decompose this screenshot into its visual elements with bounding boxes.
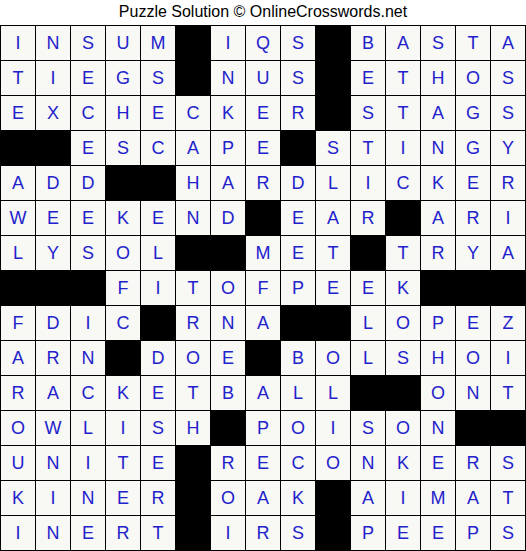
letter-cell-r10c6: O	[176, 341, 210, 375]
letter-cell-r7c12: T	[386, 236, 420, 270]
letter-cell-r15c11: P	[351, 516, 385, 550]
letter-cell-r1c4: U	[106, 26, 140, 60]
letter-cell-r14c11: A	[351, 481, 385, 515]
block-cell-r2c10	[316, 61, 350, 95]
letter-cell-r1c12: A	[386, 26, 420, 60]
letter-cell-r5c13: K	[421, 166, 455, 200]
letter-cell-r9c4: C	[106, 306, 140, 340]
page-title: Puzzle Solution © OnlineCrosswords.net	[0, 0, 526, 25]
block-cell-r4c9	[281, 131, 315, 165]
letter-cell-r1c2: N	[36, 26, 70, 60]
letter-cell-r2c4: G	[106, 61, 140, 95]
letter-cell-r9c15: Z	[491, 306, 525, 340]
letter-cell-r6c10: A	[316, 201, 350, 235]
letter-cell-r10c9: B	[281, 341, 315, 375]
letter-cell-r5c1: A	[1, 166, 35, 200]
letter-cell-r13c7: R	[211, 446, 245, 480]
letter-cell-r8c9: P	[281, 271, 315, 305]
letter-cell-r10c3: N	[71, 341, 105, 375]
letter-cell-r12c3: L	[71, 411, 105, 445]
letter-cell-r15c13: E	[421, 516, 455, 550]
letter-cell-r4c7: P	[211, 131, 245, 165]
block-cell-r9c10	[316, 306, 350, 340]
letter-cell-r11c15: T	[491, 376, 525, 410]
block-cell-r7c11	[351, 236, 385, 270]
letter-cell-r4c12: I	[386, 131, 420, 165]
letter-cell-r3c15: S	[491, 96, 525, 130]
letter-cell-r10c15: I	[491, 341, 525, 375]
letter-cell-r15c2: N	[36, 516, 70, 550]
letter-cell-r13c14: R	[456, 446, 490, 480]
letter-cell-r1c14: T	[456, 26, 490, 60]
letter-cell-r15c3: E	[71, 516, 105, 550]
letter-cell-r7c4: O	[106, 236, 140, 270]
letter-cell-r6c3: E	[71, 201, 105, 235]
letter-cell-r15c15: S	[491, 516, 525, 550]
letter-cell-r7c5: L	[141, 236, 175, 270]
letter-cell-r13c8: E	[246, 446, 280, 480]
letter-cell-r12c8: P	[246, 411, 280, 445]
letter-cell-r9c2: D	[36, 306, 70, 340]
letter-cell-r1c9: S	[281, 26, 315, 60]
letter-cell-r3c5: E	[141, 96, 175, 130]
letter-cell-r3c9: R	[281, 96, 315, 130]
letter-cell-r14c14: A	[456, 481, 490, 515]
letter-cell-r6c7: D	[211, 201, 245, 235]
letter-cell-r6c14: R	[456, 201, 490, 235]
letter-cell-r9c6: R	[176, 306, 210, 340]
block-cell-r15c10	[316, 516, 350, 550]
letter-cell-r12c4: I	[106, 411, 140, 445]
letter-cell-r11c4: K	[106, 376, 140, 410]
letter-cell-r14c15: T	[491, 481, 525, 515]
letter-cell-r15c5: T	[141, 516, 175, 550]
block-cell-r14c10	[316, 481, 350, 515]
letter-cell-r13c2: N	[36, 446, 70, 480]
block-cell-r11c11	[351, 376, 385, 410]
letter-cell-r6c11: R	[351, 201, 385, 235]
letter-cell-r10c13: H	[421, 341, 455, 375]
letter-cell-r15c14: P	[456, 516, 490, 550]
letter-cell-r2c8: U	[246, 61, 280, 95]
letter-cell-r10c12: S	[386, 341, 420, 375]
letter-cell-r12c10: I	[316, 411, 350, 445]
letter-cell-r11c9: L	[281, 376, 315, 410]
letter-cell-r5c3: D	[71, 166, 105, 200]
letter-cell-r15c4: R	[106, 516, 140, 550]
letter-cell-r11c5: E	[141, 376, 175, 410]
block-cell-r8c15	[491, 271, 525, 305]
letter-cell-r11c13: O	[421, 376, 455, 410]
letter-cell-r12c12: O	[386, 411, 420, 445]
letter-cell-r4c6: A	[176, 131, 210, 165]
letter-cell-r4c14: G	[456, 131, 490, 165]
letter-cell-r13c15: S	[491, 446, 525, 480]
block-cell-r12c15	[491, 411, 525, 445]
letter-cell-r10c14: O	[456, 341, 490, 375]
letter-cell-r14c1: K	[1, 481, 35, 515]
letter-cell-r1c15: A	[491, 26, 525, 60]
letter-cell-r15c8: R	[246, 516, 280, 550]
block-cell-r6c12	[386, 201, 420, 235]
block-cell-r3c10	[316, 96, 350, 130]
letter-cell-r12c5: S	[141, 411, 175, 445]
letter-cell-r14c5: R	[141, 481, 175, 515]
letter-cell-r2c9: S	[281, 61, 315, 95]
letter-cell-r1c1: I	[1, 26, 35, 60]
block-cell-r4c2	[36, 131, 70, 165]
letter-cell-r5c6: H	[176, 166, 210, 200]
letter-cell-r2c14: O	[456, 61, 490, 95]
letter-cell-r12c6: H	[176, 411, 210, 445]
letter-cell-r13c9: C	[281, 446, 315, 480]
letter-cell-r6c1: W	[1, 201, 35, 235]
letter-cell-r11c14: N	[456, 376, 490, 410]
letter-cell-r4c15: Y	[491, 131, 525, 165]
letter-cell-r14c9: K	[281, 481, 315, 515]
letter-cell-r3c6: C	[176, 96, 210, 130]
letter-cell-r9c3: I	[71, 306, 105, 340]
block-cell-r5c5	[141, 166, 175, 200]
letter-cell-r10c10: O	[316, 341, 350, 375]
letter-cell-r7c14: Y	[456, 236, 490, 270]
letter-cell-r5c10: L	[316, 166, 350, 200]
letter-cell-r12c1: O	[1, 411, 35, 445]
letter-cell-r6c4: K	[106, 201, 140, 235]
letter-cell-r11c8: A	[246, 376, 280, 410]
letter-cell-r13c10: O	[316, 446, 350, 480]
letter-cell-r7c13: R	[421, 236, 455, 270]
letter-cell-r2c11: E	[351, 61, 385, 95]
letter-cell-r6c2: E	[36, 201, 70, 235]
letter-cell-r9c11: L	[351, 306, 385, 340]
letter-cell-r10c5: D	[141, 341, 175, 375]
letter-cell-r12c13: N	[421, 411, 455, 445]
letter-cell-r4c5: C	[141, 131, 175, 165]
letter-cell-r14c7: O	[211, 481, 245, 515]
letter-cell-r1c13: S	[421, 26, 455, 60]
block-cell-r15c6	[176, 516, 210, 550]
letter-cell-r3c14: G	[456, 96, 490, 130]
letter-cell-r5c11: I	[351, 166, 385, 200]
block-cell-r2c6	[176, 61, 210, 95]
letter-cell-r4c10: S	[316, 131, 350, 165]
block-cell-r11c12	[386, 376, 420, 410]
letter-cell-r2c1: T	[1, 61, 35, 95]
letter-cell-r5c9: D	[281, 166, 315, 200]
letter-cell-r11c1: R	[1, 376, 35, 410]
letter-cell-r3c11: S	[351, 96, 385, 130]
block-cell-r8c3	[71, 271, 105, 305]
letter-cell-r13c1: U	[1, 446, 35, 480]
letter-cell-r5c14: E	[456, 166, 490, 200]
crossword-grid: INSUMIQSBASTATIEGSNUSETHOSEXCHECKERSTAGS…	[0, 25, 526, 551]
letter-cell-r1c3: S	[71, 26, 105, 60]
block-cell-r10c4	[106, 341, 140, 375]
letter-cell-r4c3: E	[71, 131, 105, 165]
letter-cell-r14c8: A	[246, 481, 280, 515]
letter-cell-r11c7: B	[211, 376, 245, 410]
letter-cell-r4c13: N	[421, 131, 455, 165]
letter-cell-r3c13: A	[421, 96, 455, 130]
letter-cell-r9c12: O	[386, 306, 420, 340]
block-cell-r8c14	[456, 271, 490, 305]
letter-cell-r3c12: T	[386, 96, 420, 130]
letter-cell-r9c14: E	[456, 306, 490, 340]
letter-cell-r6c9: E	[281, 201, 315, 235]
letter-cell-r5c12: C	[386, 166, 420, 200]
letter-cell-r7c1: L	[1, 236, 35, 270]
block-cell-r1c6	[176, 26, 210, 60]
letter-cell-r9c1: F	[1, 306, 35, 340]
letter-cell-r12c11: S	[351, 411, 385, 445]
letter-cell-r3c2: X	[36, 96, 70, 130]
letter-cell-r11c3: C	[71, 376, 105, 410]
block-cell-r5c4	[106, 166, 140, 200]
letter-cell-r5c2: D	[36, 166, 70, 200]
letter-cell-r3c4: H	[106, 96, 140, 130]
letter-cell-r2c3: E	[71, 61, 105, 95]
letter-cell-r3c8: E	[246, 96, 280, 130]
letter-cell-r8c10: E	[316, 271, 350, 305]
letter-cell-r2c13: H	[421, 61, 455, 95]
letter-cell-r10c1: A	[1, 341, 35, 375]
letter-cell-r15c9: S	[281, 516, 315, 550]
letter-cell-r2c12: T	[386, 61, 420, 95]
block-cell-r12c14	[456, 411, 490, 445]
block-cell-r14c6	[176, 481, 210, 515]
letter-cell-r8c5: I	[141, 271, 175, 305]
letter-cell-r9c7: N	[211, 306, 245, 340]
letter-cell-r7c15: A	[491, 236, 525, 270]
block-cell-r12c7	[211, 411, 245, 445]
letter-cell-r6c6: N	[176, 201, 210, 235]
block-cell-r8c1	[1, 271, 35, 305]
letter-cell-r7c8: M	[246, 236, 280, 270]
block-cell-r6c8	[246, 201, 280, 235]
letter-cell-r9c8: A	[246, 306, 280, 340]
block-cell-r9c5	[141, 306, 175, 340]
letter-cell-r14c13: M	[421, 481, 455, 515]
letter-cell-r11c6: T	[176, 376, 210, 410]
letter-cell-r1c5: M	[141, 26, 175, 60]
letter-cell-r8c12: K	[386, 271, 420, 305]
block-cell-r7c6	[176, 236, 210, 270]
letter-cell-r2c5: S	[141, 61, 175, 95]
block-cell-r7c7	[211, 236, 245, 270]
letter-cell-r11c2: A	[36, 376, 70, 410]
letter-cell-r13c13: E	[421, 446, 455, 480]
letter-cell-r13c5: E	[141, 446, 175, 480]
letter-cell-r13c11: N	[351, 446, 385, 480]
letter-cell-r13c4: T	[106, 446, 140, 480]
letter-cell-r15c12: E	[386, 516, 420, 550]
letter-cell-r7c3: S	[71, 236, 105, 270]
letter-cell-r10c2: R	[36, 341, 70, 375]
letter-cell-r6c13: A	[421, 201, 455, 235]
letter-cell-r13c3: I	[71, 446, 105, 480]
letter-cell-r3c7: K	[211, 96, 245, 130]
letter-cell-r15c7: I	[211, 516, 245, 550]
letter-cell-r2c15: S	[491, 61, 525, 95]
letter-cell-r15c1: I	[1, 516, 35, 550]
letter-cell-r7c2: Y	[36, 236, 70, 270]
letter-cell-r8c8: F	[246, 271, 280, 305]
letter-cell-r6c5: E	[141, 201, 175, 235]
letter-cell-r13c12: K	[386, 446, 420, 480]
letter-cell-r6c15: I	[491, 201, 525, 235]
letter-cell-r8c7: O	[211, 271, 245, 305]
letter-cell-r8c6: T	[176, 271, 210, 305]
letter-cell-r2c2: I	[36, 61, 70, 95]
letter-cell-r7c9: E	[281, 236, 315, 270]
letter-cell-r14c2: I	[36, 481, 70, 515]
block-cell-r8c13	[421, 271, 455, 305]
letter-cell-r4c8: E	[246, 131, 280, 165]
block-cell-r4c1	[1, 131, 35, 165]
letter-cell-r11c10: L	[316, 376, 350, 410]
letter-cell-r9c13: P	[421, 306, 455, 340]
letter-cell-r5c8: R	[246, 166, 280, 200]
letter-cell-r8c11: E	[351, 271, 385, 305]
puzzle-solution-page: Puzzle Solution © OnlineCrosswords.net I…	[0, 0, 526, 551]
letter-cell-r4c4: S	[106, 131, 140, 165]
letter-cell-r12c9: O	[281, 411, 315, 445]
letter-cell-r4c11: T	[351, 131, 385, 165]
letter-cell-r14c12: I	[386, 481, 420, 515]
letter-cell-r1c8: Q	[246, 26, 280, 60]
letter-cell-r14c4: E	[106, 481, 140, 515]
letter-cell-r12c2: W	[36, 411, 70, 445]
letter-cell-r1c11: B	[351, 26, 385, 60]
letter-cell-r5c15: R	[491, 166, 525, 200]
block-cell-r1c10	[316, 26, 350, 60]
letter-cell-r10c7: E	[211, 341, 245, 375]
letter-cell-r7c10: T	[316, 236, 350, 270]
letter-cell-r1c7: I	[211, 26, 245, 60]
block-cell-r13c6	[176, 446, 210, 480]
block-cell-r10c8	[246, 341, 280, 375]
block-cell-r8c2	[36, 271, 70, 305]
block-cell-r9c9	[281, 306, 315, 340]
letter-cell-r14c3: N	[71, 481, 105, 515]
letter-cell-r3c1: E	[1, 96, 35, 130]
letter-cell-r8c4: F	[106, 271, 140, 305]
letter-cell-r3c3: C	[71, 96, 105, 130]
letter-cell-r10c11: L	[351, 341, 385, 375]
letter-cell-r2c7: N	[211, 61, 245, 95]
letter-cell-r5c7: A	[211, 166, 245, 200]
